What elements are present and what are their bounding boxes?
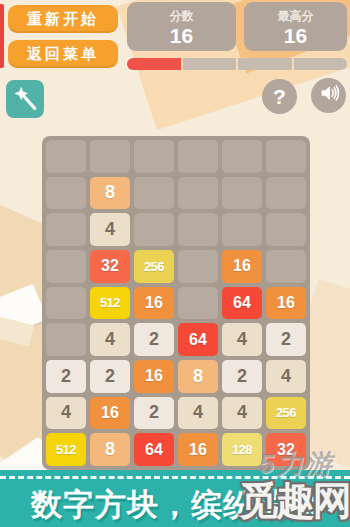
empty-cell-r4c4 [178,250,218,283]
empty-cell-r4c1 [46,250,86,283]
tile-16-r9c4: 16 [178,433,218,466]
tile-128-r9c5: 128 [222,433,262,466]
empty-cell-r1c6 [266,140,306,173]
decor-paper-shape-small [0,315,34,346]
score-panel: 分数 16 [127,2,236,51]
tile-16-r5c6: 16 [266,287,306,320]
progress-segment-2 [183,58,237,70]
decor-red-edge [0,4,4,68]
decor-paper-shape [0,284,47,339]
restart-button[interactable]: 重新开始 [8,5,118,33]
tile-4-r8c4: 4 [178,397,218,430]
empty-cell-r1c3 [134,140,174,173]
tile-2-r6c3: 2 [134,323,174,356]
score-progress-bar [127,58,347,70]
tile-64-r6c4: 64 [178,323,218,356]
slogan-text: 数字方块，缤纷消除 [0,484,350,526]
tile-16-r7c3: 16 [134,360,174,393]
tile-64-r9c3: 64 [134,433,174,466]
tile-256-r8c6: 256 [266,397,306,430]
tile-256-r4c3: 256 [134,250,174,283]
tile-2-r7c2: 2 [90,360,130,393]
tile-2-r7c1: 2 [46,360,86,393]
empty-cell-r5c1 [46,287,86,320]
tile-2-r8c3: 2 [134,397,174,430]
empty-cell-r6c1 [46,323,86,356]
tile-4-r8c5: 4 [222,397,262,430]
progress-segment-3 [238,58,292,70]
tile-512-r9c1: 512 [46,433,86,466]
tile-8-r7c4: 8 [178,360,218,393]
bottom-banner: 数字方块，缤纷消除 [0,470,350,527]
score-value: 16 [170,26,193,46]
tile-2-r7c5: 2 [222,360,262,393]
empty-cell-r2c3 [134,177,174,210]
empty-cell-r2c5 [222,177,262,210]
tile-4-r3c2: 4 [90,213,130,246]
empty-cell-r3c1 [46,213,86,246]
empty-cell-r2c1 [46,177,86,210]
tile-512-r5c2: 512 [90,287,130,320]
tile-2-r6c6: 2 [266,323,306,356]
magic-wand-button[interactable] [6,80,44,118]
tile-4-r6c2: 4 [90,323,130,356]
empty-cell-r2c6 [266,177,306,210]
tile-8-r9c2: 8 [90,433,130,466]
dashed-divider [0,476,350,479]
help-button[interactable]: ? [262,79,297,114]
sound-button[interactable] [311,78,346,113]
best-score-panel: 最高分 16 [244,2,347,51]
empty-cell-r3c3 [134,213,174,246]
tile-8-r2c2: 8 [90,177,130,210]
tile-16-r8c2: 16 [90,397,130,430]
tile-16-r4c5: 16 [222,250,262,283]
empty-cell-r3c4 [178,213,218,246]
magic-wand-icon [12,85,38,114]
game-board[interactable]: 8432256165121664164264422216824416244256… [42,136,310,470]
progress-segment-1 [127,58,181,70]
tile-32-r9c6: 32 [266,433,306,466]
question-mark-icon: ? [273,85,286,109]
empty-cell-r5c4 [178,287,218,320]
best-score-value: 16 [284,26,307,46]
tile-4-r8c1: 4 [46,397,86,430]
empty-cell-r3c5 [222,213,262,246]
empty-cell-r1c1 [46,140,86,173]
tile-4-r6c5: 4 [222,323,262,356]
empty-cell-r1c2 [90,140,130,173]
tile-32-r4c2: 32 [90,250,130,283]
tile-64-r5c5: 64 [222,287,262,320]
tile-4-r7c6: 4 [266,360,306,393]
tile-16-r5c3: 16 [134,287,174,320]
empty-cell-r4c6 [266,250,306,283]
back-to-menu-button[interactable]: 返回菜单 [8,40,118,68]
score-label: 分数 [170,8,194,25]
progress-segment-4 [294,58,348,70]
speaker-icon [318,82,340,109]
best-score-label: 最高分 [278,8,314,25]
empty-cell-r2c4 [178,177,218,210]
empty-cell-r1c5 [222,140,262,173]
empty-cell-r1c4 [178,140,218,173]
empty-cell-r3c6 [266,213,306,246]
